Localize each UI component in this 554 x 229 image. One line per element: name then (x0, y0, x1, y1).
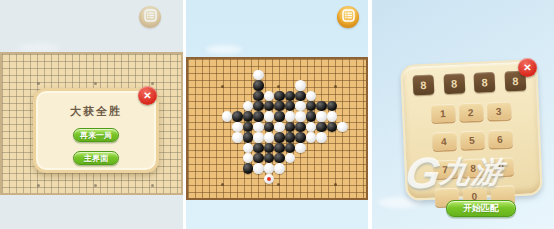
black-stone (274, 153, 285, 164)
main-menu-button[interactable]: 主界面 (73, 151, 119, 165)
black-stone (285, 91, 296, 102)
white-stone (295, 101, 306, 112)
black-stone (264, 101, 275, 112)
white-stone (274, 122, 285, 133)
black-stone (253, 101, 264, 112)
white-stone (274, 163, 285, 174)
white-stone (295, 143, 306, 154)
display-key: 8 (474, 72, 496, 93)
key-2[interactable]: 2 (458, 103, 483, 122)
panel-game (186, 0, 368, 229)
black-stone (243, 163, 254, 174)
white-stone (337, 122, 348, 133)
black-stone (295, 91, 306, 102)
star-point (277, 85, 280, 88)
jiuyou-logo-icon: G (403, 148, 444, 197)
white-stone (243, 153, 254, 164)
panel-matchmaking: 8888 1234567890 ✕ G九游 开始匹配 (372, 0, 554, 229)
black-stone (253, 80, 264, 91)
star-point (94, 82, 97, 85)
star-point (334, 183, 337, 186)
white-stone (253, 70, 264, 81)
black-stone (285, 143, 296, 154)
white-stone (295, 80, 306, 91)
black-stone (285, 122, 296, 133)
white-stone (253, 122, 264, 133)
panel-victory: 大获全胜 再来一局 主界面 ✕ (0, 0, 183, 229)
black-stone (243, 122, 254, 133)
white-stone (264, 163, 275, 174)
star-point (151, 82, 154, 85)
white-stone (285, 111, 296, 122)
white-stone (316, 132, 327, 143)
black-stone (285, 101, 296, 112)
white-stone (232, 122, 243, 133)
white-stone-last-move (264, 174, 275, 185)
black-stone (274, 91, 285, 102)
black-stone (243, 132, 254, 143)
black-stone (285, 132, 296, 143)
black-stone (327, 122, 338, 133)
black-stone (327, 101, 338, 112)
menu-list-icon (144, 8, 157, 26)
white-stone (232, 132, 243, 143)
white-stone (327, 111, 338, 122)
menu-list-icon (342, 8, 355, 26)
white-stone (264, 132, 275, 143)
key-5[interactable]: 5 (460, 130, 485, 149)
white-stone (253, 163, 264, 174)
star-point (277, 183, 280, 186)
black-stone (253, 91, 264, 102)
key-1[interactable]: 1 (430, 104, 455, 123)
star-point (37, 82, 40, 85)
white-stone (222, 111, 233, 122)
display-key: 8 (443, 73, 465, 94)
white-stone (264, 91, 275, 102)
display-key: 8 (413, 75, 435, 96)
black-stone (306, 101, 317, 112)
key-3[interactable]: 3 (486, 101, 511, 120)
black-stone (274, 143, 285, 154)
screenshot-triptych: 大获全胜 再来一局 主界面 ✕ 8888 1234567890 (0, 0, 554, 229)
star-point (151, 184, 154, 187)
black-stone (253, 153, 264, 164)
white-stone (264, 111, 275, 122)
black-stone (295, 122, 306, 133)
close-icon[interactable]: ✕ (138, 86, 157, 105)
start-match-button[interactable]: 开始匹配 (446, 200, 516, 217)
white-stone (285, 153, 296, 164)
white-stone (295, 111, 306, 122)
keypad-row: 123 (404, 100, 538, 124)
menu-button[interactable] (337, 6, 359, 28)
star-point (37, 184, 40, 187)
star-point (94, 184, 97, 187)
menu-button[interactable] (139, 6, 161, 28)
white-stone (306, 132, 317, 143)
black-stone (306, 111, 317, 122)
black-stone (274, 101, 285, 112)
black-stone (232, 111, 243, 122)
jiuyou-watermark: G九游 (402, 148, 507, 198)
white-stone (306, 122, 317, 133)
play-again-button[interactable]: 再来一局 (73, 128, 119, 142)
white-stone (306, 91, 317, 102)
white-stone (316, 111, 327, 122)
black-stone (243, 111, 254, 122)
star-point (334, 85, 337, 88)
black-stone (253, 111, 264, 122)
white-stone (253, 132, 264, 143)
black-stone (295, 132, 306, 143)
star-point (221, 183, 224, 186)
white-stone (243, 101, 254, 112)
black-stone (264, 153, 275, 164)
black-stone (274, 132, 285, 143)
victory-title: 大获全胜 (70, 104, 122, 119)
star-point (221, 85, 224, 88)
black-stone (316, 101, 327, 112)
key-6[interactable]: 6 (488, 129, 513, 148)
white-stone (243, 143, 254, 154)
black-stone (316, 122, 327, 133)
close-icon[interactable]: ✕ (518, 58, 537, 77)
gomoku-board[interactable] (186, 57, 368, 200)
keypad-display-row: 8888 (402, 61, 536, 96)
black-stone (274, 111, 285, 122)
black-stone (264, 122, 275, 133)
black-stone (253, 143, 264, 154)
black-stone (264, 143, 275, 154)
cloud (206, 45, 242, 54)
